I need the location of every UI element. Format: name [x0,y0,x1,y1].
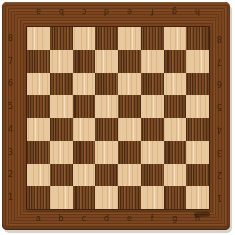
square-b5[interactable] [50,95,73,118]
square-e4[interactable] [118,118,141,141]
photo-background: abcdefgh abcdefgh 87654321 87654321 [0,0,235,235]
square-g5[interactable] [164,95,187,118]
square-d4[interactable] [95,118,118,141]
square-g6[interactable] [164,73,187,96]
square-e7[interactable] [118,50,141,73]
square-e2[interactable] [118,164,141,187]
square-g7[interactable] [164,50,187,73]
square-b3[interactable] [50,141,73,164]
square-a6[interactable] [27,73,50,96]
square-b1[interactable] [50,186,73,209]
square-c4[interactable] [73,118,96,141]
square-c5[interactable] [73,95,96,118]
square-h4[interactable] [186,118,209,141]
square-h1[interactable] [186,186,209,209]
square-h2[interactable] [186,164,209,187]
square-h5[interactable] [186,95,209,118]
square-f2[interactable] [141,164,164,187]
square-g4[interactable] [164,118,187,141]
square-c2[interactable] [73,164,96,187]
square-d3[interactable] [95,141,118,164]
board-grid [27,27,209,209]
square-a4[interactable] [27,118,50,141]
frame-left-rail [2,2,27,230]
square-b6[interactable] [50,73,73,96]
square-f6[interactable] [141,73,164,96]
square-e8[interactable] [118,27,141,50]
frame-right-rail [209,2,230,230]
square-f8[interactable] [141,27,164,50]
square-d7[interactable] [95,50,118,73]
square-e6[interactable] [118,73,141,96]
square-c1[interactable] [73,186,96,209]
square-a2[interactable] [27,164,50,187]
square-g1[interactable] [164,186,187,209]
square-g8[interactable] [164,27,187,50]
square-g3[interactable] [164,141,187,164]
square-d5[interactable] [95,95,118,118]
square-e3[interactable] [118,141,141,164]
square-h7[interactable] [186,50,209,73]
square-f5[interactable] [141,95,164,118]
square-c8[interactable] [73,27,96,50]
square-f4[interactable] [141,118,164,141]
square-b7[interactable] [50,50,73,73]
square-d2[interactable] [95,164,118,187]
square-a1[interactable] [27,186,50,209]
square-g2[interactable] [164,164,187,187]
square-a7[interactable] [27,50,50,73]
square-f1[interactable] [141,186,164,209]
square-a8[interactable] [27,27,50,50]
square-h8[interactable] [186,27,209,50]
square-f7[interactable] [141,50,164,73]
square-d6[interactable] [95,73,118,96]
square-d1[interactable] [95,186,118,209]
maker-logo-mark [194,212,210,218]
square-h6[interactable] [186,73,209,96]
square-a5[interactable] [27,95,50,118]
square-c7[interactable] [73,50,96,73]
square-e5[interactable] [118,95,141,118]
square-d8[interactable] [95,27,118,50]
frame-top-rail [2,2,230,27]
square-a3[interactable] [27,141,50,164]
square-b8[interactable] [50,27,73,50]
square-c6[interactable] [73,73,96,96]
square-b4[interactable] [50,118,73,141]
chess-board: abcdefgh abcdefgh 87654321 87654321 [2,2,230,230]
square-h3[interactable] [186,141,209,164]
square-c3[interactable] [73,141,96,164]
square-e1[interactable] [118,186,141,209]
square-f3[interactable] [141,141,164,164]
square-b2[interactable] [50,164,73,187]
